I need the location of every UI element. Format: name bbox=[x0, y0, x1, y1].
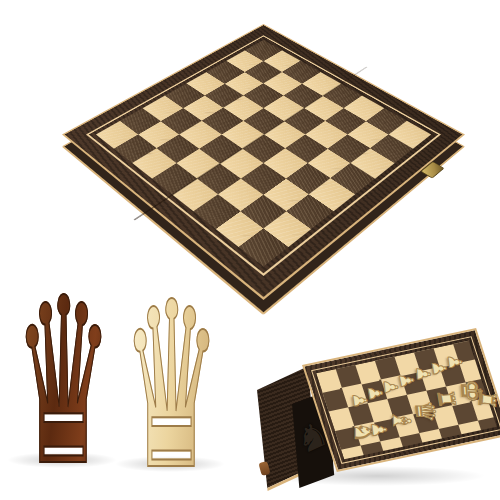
dark-pawn-glyph: ♟ bbox=[261, 54, 281, 76]
product-photo-chess-set: { "game": "chess", "product": "folding w… bbox=[0, 0, 500, 500]
dark-pawn-glyph: ♟ bbox=[280, 43, 299, 65]
dark-pawn-glyph: ♟ bbox=[178, 102, 199, 126]
main-board-perspective: ♜♞♝♛♚♝♞♜♟♟♟♟♟♟♟♟♟♟♟♟♟♟♟♟♜♞♝♛♚♝♞♜ bbox=[121, 0, 406, 277]
dark-pawn-glyph: ♟ bbox=[200, 89, 221, 112]
dark-wood-queen-piece: ♛ bbox=[14, 268, 110, 498]
magnetic-light-pawn: ♟ bbox=[445, 354, 465, 370]
folded-board: ♞ ♟♟♟♟♟♟♟♞♟♝♛♜♚♜ bbox=[252, 322, 497, 497]
folded-board-grid: ♟♟♟♟♟♟♟♞♟♝♛♜♚♜ bbox=[316, 341, 497, 460]
dark-pawn-glyph: ♟ bbox=[241, 65, 261, 87]
dark-pawn-glyph: ♟ bbox=[131, 129, 153, 154]
light-wood-queen-piece: ♛ bbox=[122, 272, 218, 500]
dark-pawn-glyph: ♟ bbox=[155, 115, 177, 139]
dark-pawn-glyph: ♟ bbox=[221, 77, 241, 100]
dark-queen-glyph: ♛ bbox=[14, 268, 113, 498]
light-queen-glyph: ♛ bbox=[122, 272, 221, 500]
folded-board-face: ♟♟♟♟♟♟♟♞♟♝♛♜♚♜ bbox=[302, 328, 500, 472]
chess-board-grid: ♜♞♝♛♚♝♞♜♟♟♟♟♟♟♟♟♟♟♟♟♟♟♟♟♜♞♝♛♚♝♞♜ bbox=[96, 40, 431, 267]
light-rook-glyph: ♜ bbox=[258, 221, 288, 254]
magnetic-light-rook: ♜ bbox=[475, 388, 498, 410]
